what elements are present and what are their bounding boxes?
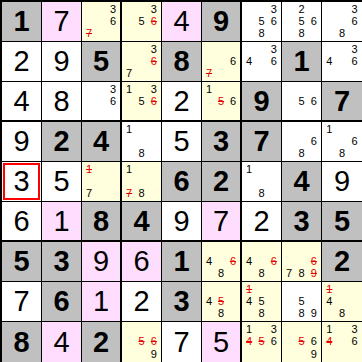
eliminated-candidate: 5 xyxy=(215,295,227,307)
solved-digit: 7 xyxy=(213,207,229,236)
pencil-marks: 18 xyxy=(122,122,161,161)
solved-digit: 1 xyxy=(93,287,109,316)
cell-r8c5[interactable]: 3 xyxy=(162,282,202,322)
candidate: 6 xyxy=(308,135,320,147)
cell-r1c9[interactable]: 368 xyxy=(322,2,362,42)
candidate: 7 xyxy=(283,268,295,280)
candidate: 4 xyxy=(323,295,336,307)
cell-r9c9[interactable]: 1346 xyxy=(322,322,362,362)
cell-r7c4[interactable]: 6 xyxy=(122,242,162,282)
cell-r4c7[interactable]: 7 xyxy=(242,122,282,162)
candidate: 8 xyxy=(336,28,349,40)
candidate: 8 xyxy=(215,308,227,320)
given-digit: 5 xyxy=(93,47,109,76)
cell-r7c8[interactable]: 6789 xyxy=(282,242,322,282)
given-digit: 1 xyxy=(173,247,189,276)
cell-r1c4[interactable]: 356 xyxy=(122,2,162,42)
candidate: 8 xyxy=(255,308,267,320)
candidate: 6 xyxy=(107,95,119,107)
solved-digit: 1 xyxy=(53,207,69,236)
cell-r4c1[interactable]: 9 xyxy=(2,122,42,162)
cell-r6c3[interactable]: 8 xyxy=(82,202,122,242)
cell-r6c4[interactable]: 4 xyxy=(122,202,162,242)
cell-r2c8[interactable]: 1 xyxy=(282,42,322,82)
candidate: 6 xyxy=(227,95,239,107)
solved-digit: 9 xyxy=(334,167,350,196)
cell-r2c1[interactable]: 2 xyxy=(2,42,42,82)
cell-r5c9[interactable]: 9 xyxy=(322,162,362,202)
solved-digit: 4 xyxy=(173,7,189,36)
candidate: 6 xyxy=(348,336,361,349)
cell-r1c7[interactable]: 3568 xyxy=(242,2,282,42)
candidate: 8 xyxy=(295,308,307,320)
candidate: 1 xyxy=(123,83,135,95)
pencil-marks: 36 xyxy=(82,82,120,120)
cell-r8c1[interactable]: 7 xyxy=(2,282,42,322)
eliminated-candidate: 1 xyxy=(243,283,255,295)
cell-r3c2[interactable]: 8 xyxy=(42,82,82,122)
candidate: 3 xyxy=(268,43,280,55)
cell-r8c7[interactable]: 1458 xyxy=(242,282,282,322)
pencil-marks: 468 xyxy=(242,242,281,281)
candidate: 5 xyxy=(135,15,147,27)
cell-r6c2[interactable]: 1 xyxy=(42,202,82,242)
pencil-marks: 458 xyxy=(202,282,240,321)
cell-r2c5[interactable]: 8 xyxy=(162,42,202,82)
cell-r9c2[interactable]: 4 xyxy=(42,322,82,362)
given-digit: 2 xyxy=(334,247,350,276)
candidate: 1 xyxy=(123,163,135,175)
solved-digit: 5 xyxy=(53,167,69,196)
eliminated-candidate: 6 xyxy=(148,336,160,349)
candidate: 3 xyxy=(107,83,119,95)
candidate: 1 xyxy=(323,323,336,336)
solved-digit: 9 xyxy=(13,127,29,156)
eliminated-candidate: 6 xyxy=(268,255,280,267)
solved-digit: 2 xyxy=(133,287,149,316)
cell-r9c1[interactable]: 8 xyxy=(2,322,42,362)
given-digit: 7 xyxy=(253,127,269,156)
solved-digit: 7 xyxy=(13,287,29,316)
cell-r8c6[interactable]: 458 xyxy=(202,282,242,322)
candidate: 8 xyxy=(295,28,307,40)
given-digit: 4 xyxy=(293,167,309,196)
cell-r3c7[interactable]: 9 xyxy=(242,82,282,122)
solved-digit: 8 xyxy=(53,87,69,116)
candidate: 3 xyxy=(148,43,160,55)
candidate: 9 xyxy=(308,348,320,361)
cell-r2c9[interactable]: 346 xyxy=(322,42,362,82)
cell-r1c3[interactable]: 367 xyxy=(82,2,122,42)
given-digit: 5 xyxy=(334,207,350,236)
cell-r4c5[interactable]: 5 xyxy=(162,122,202,162)
cell-r3c1[interactable]: 4 xyxy=(2,82,42,122)
pencil-marks: 468 xyxy=(202,242,240,281)
cell-r7c6[interactable]: 468 xyxy=(202,242,242,282)
candidate: 3 xyxy=(348,3,361,15)
candidate: 1 xyxy=(243,163,255,175)
candidate: 1 xyxy=(243,323,255,336)
candidate: 8 xyxy=(295,268,307,280)
cell-r6c9[interactable]: 5 xyxy=(322,202,362,242)
given-digit: 8 xyxy=(13,328,29,357)
pencil-marks: 148 xyxy=(322,282,362,321)
candidate: 4 xyxy=(323,55,336,67)
cell-r8c3[interactable]: 1 xyxy=(82,282,122,322)
candidate: 4 xyxy=(203,295,215,307)
given-digit: 3 xyxy=(173,287,189,316)
solved-digit: 7 xyxy=(173,328,189,357)
eliminated-candidate: 9 xyxy=(308,268,320,280)
candidate: 5 xyxy=(295,295,307,307)
cell-r6c5[interactable]: 9 xyxy=(162,202,202,242)
candidate: 3 xyxy=(348,323,361,336)
candidate: 3 xyxy=(268,323,280,336)
cell-r1c6[interactable]: 9 xyxy=(202,2,242,42)
pencil-marks: 346 xyxy=(242,42,281,81)
candidate: 6 xyxy=(308,95,320,107)
given-digit: 5 xyxy=(13,247,29,276)
cell-r7c5[interactable]: 1 xyxy=(162,242,202,282)
pencil-marks: 569 xyxy=(122,322,161,362)
pencil-marks: 1346 xyxy=(322,322,362,362)
candidate: 8 xyxy=(336,148,349,160)
candidate: 4 xyxy=(203,255,215,267)
cell-r7c1[interactable]: 5 xyxy=(2,242,42,282)
given-digit: 7 xyxy=(334,87,350,116)
candidate: 8 xyxy=(215,268,227,280)
solved-digit: 5 xyxy=(213,328,229,357)
candidate: 1 xyxy=(123,123,135,135)
given-digit: 1 xyxy=(13,7,29,36)
solved-digit: 9 xyxy=(53,47,69,76)
eliminated-candidate: 1 xyxy=(323,283,336,295)
pencil-marks: 2568 xyxy=(282,2,321,41)
eliminated-candidate: 7 xyxy=(83,28,95,40)
given-digit: 9 xyxy=(253,87,269,116)
solved-digit: 2 xyxy=(13,47,29,76)
pencil-marks: 156 xyxy=(202,82,240,120)
candidate: 1 xyxy=(323,123,336,135)
cell-r5c8[interactable]: 4 xyxy=(282,162,322,202)
candidate: 8 xyxy=(336,308,349,320)
cell-r5c6[interactable]: 2 xyxy=(202,162,242,202)
candidate: 4 xyxy=(243,55,255,67)
cell-r1c5[interactable]: 4 xyxy=(162,2,202,42)
cell-r7c2[interactable]: 3 xyxy=(42,242,82,282)
pencil-marks: 1356 xyxy=(122,82,161,120)
candidate: 5 xyxy=(255,295,267,307)
cell-r1c8[interactable]: 2568 xyxy=(282,2,322,42)
candidate: 6 xyxy=(227,55,239,67)
cell-r8c4[interactable]: 2 xyxy=(122,282,162,322)
sudoku-board: 1736735649356825683682953678673461346483… xyxy=(0,0,362,362)
candidate: 3 xyxy=(348,43,361,55)
candidate: 5 xyxy=(255,15,267,27)
cell-r2c7[interactable]: 346 xyxy=(242,42,282,82)
cell-r5c3[interactable]: 17 xyxy=(82,162,122,202)
candidate: 6 xyxy=(348,15,361,27)
cell-r6c7[interactable]: 2 xyxy=(242,202,282,242)
cell-r5c7[interactable]: 18 xyxy=(242,162,282,202)
candidate: 8 xyxy=(295,148,307,160)
solved-digit: 9 xyxy=(173,207,189,236)
cell-r9c6[interactable]: 5 xyxy=(202,322,242,362)
cell-r2c6[interactable]: 67 xyxy=(202,42,242,82)
eliminated-candidate: 6 xyxy=(227,255,239,267)
candidate: 7 xyxy=(83,188,95,200)
candidate: 6 xyxy=(107,15,119,27)
candidate: 1 xyxy=(203,83,215,95)
cell-r3c8[interactable]: 56 xyxy=(282,82,322,122)
candidate: 8 xyxy=(255,268,267,280)
cell-r7c3[interactable]: 9 xyxy=(82,242,122,282)
eliminated-candidate: 5 xyxy=(135,336,147,349)
candidate: 8 xyxy=(135,188,147,200)
pencil-marks: 168 xyxy=(322,122,362,161)
cell-r2c3[interactable]: 5 xyxy=(82,42,122,82)
candidate: 4 xyxy=(243,255,255,267)
pencil-marks: 68 xyxy=(282,122,321,161)
solved-digit: 6 xyxy=(133,247,149,276)
cell-r3c4[interactable]: 1356 xyxy=(122,82,162,122)
candidate: 6 xyxy=(308,15,320,27)
candidate: 3 xyxy=(268,3,280,15)
cell-r2c4[interactable]: 367 xyxy=(122,42,162,82)
candidate: 6 xyxy=(268,336,280,349)
eliminated-candidate: 5 xyxy=(255,336,267,349)
cell-r9c5[interactable]: 7 xyxy=(162,322,202,362)
given-digit: 8 xyxy=(173,47,189,76)
pencil-marks: 367 xyxy=(82,2,120,41)
candidate: 6 xyxy=(268,55,280,67)
solved-digit: 5 xyxy=(173,127,189,156)
given-digit: 4 xyxy=(133,207,149,236)
cell-r3c9[interactable]: 7 xyxy=(322,82,362,122)
cell-r1c1[interactable]: 1 xyxy=(2,2,42,42)
eliminated-candidate: 7 xyxy=(203,68,215,80)
given-digit: 6 xyxy=(53,287,69,316)
cell-r5c1[interactable]: 3 xyxy=(2,162,42,202)
candidate: 9 xyxy=(148,348,160,361)
pencil-marks: 17 xyxy=(82,162,120,201)
cell-r5c2[interactable]: 5 xyxy=(42,162,82,202)
given-digit: 9 xyxy=(213,7,229,36)
solved-digit: 2 xyxy=(173,87,189,116)
given-digit: 1 xyxy=(293,47,309,76)
candidate: 3 xyxy=(148,83,160,95)
candidate: 8 xyxy=(255,188,267,200)
cell-r6c6[interactable]: 7 xyxy=(202,202,242,242)
solved-digit: 6 xyxy=(13,207,29,236)
given-digit: 4 xyxy=(93,127,109,156)
given-digit: 2 xyxy=(93,328,109,357)
cell-r1c2[interactable]: 7 xyxy=(42,2,82,42)
pencil-marks: 18 xyxy=(242,162,281,201)
solved-digit: 3 xyxy=(13,167,29,196)
pencil-marks: 356 xyxy=(122,2,161,41)
pencil-marks: 6789 xyxy=(282,242,321,281)
cell-r4c6[interactable]: 3 xyxy=(202,122,242,162)
cell-r8c9[interactable]: 148 xyxy=(322,282,362,322)
cell-r6c8[interactable]: 3 xyxy=(282,202,322,242)
eliminated-candidate: 6 xyxy=(148,95,160,107)
eliminated-candidate: 6 xyxy=(148,55,160,67)
cell-r4c2[interactable]: 2 xyxy=(42,122,82,162)
cell-r4c3[interactable]: 4 xyxy=(82,122,122,162)
candidate: 9 xyxy=(308,308,320,320)
pencil-marks: 368 xyxy=(322,2,362,41)
eliminated-candidate: 1 xyxy=(83,163,95,175)
cell-r8c8[interactable]: 589 xyxy=(282,282,322,322)
solved-digit: 2 xyxy=(253,207,269,236)
pencil-marks: 13456 xyxy=(242,322,281,362)
candidate: 5 xyxy=(295,95,307,107)
cell-r9c4[interactable]: 569 xyxy=(122,322,162,362)
candidate: 8 xyxy=(135,148,147,160)
eliminated-candidate: 4 xyxy=(323,336,336,349)
cell-r3c6[interactable]: 156 xyxy=(202,82,242,122)
candidate: 5 xyxy=(295,15,307,27)
candidate: 3 xyxy=(107,3,119,15)
candidate: 7 xyxy=(123,68,135,80)
eliminated-candidate: 6 xyxy=(148,15,160,27)
candidate: 6 xyxy=(308,336,320,349)
given-digit: 8 xyxy=(93,207,109,236)
cell-r8c2[interactable]: 6 xyxy=(42,282,82,322)
solved-digit: 7 xyxy=(53,7,69,36)
candidate: 6 xyxy=(268,15,280,27)
cell-r6c1[interactable]: 6 xyxy=(2,202,42,242)
pencil-marks: 1458 xyxy=(242,282,281,321)
cell-r3c5[interactable]: 2 xyxy=(162,82,202,122)
cell-r7c9[interactable]: 2 xyxy=(322,242,362,282)
cell-r2c2[interactable]: 9 xyxy=(42,42,82,82)
solved-digit: 9 xyxy=(93,247,109,276)
solved-digit: 4 xyxy=(13,87,29,116)
candidate: 5 xyxy=(135,95,147,107)
cell-r4c4[interactable]: 18 xyxy=(122,122,162,162)
pencil-marks: 569 xyxy=(282,322,321,362)
solved-digit: 4 xyxy=(53,328,69,357)
given-digit: 3 xyxy=(53,247,69,276)
eliminated-candidate: 6 xyxy=(308,255,320,267)
candidate: 8 xyxy=(255,28,267,40)
cell-r3c3[interactable]: 36 xyxy=(82,82,122,122)
candidate: 4 xyxy=(243,295,255,307)
candidate: 3 xyxy=(148,3,160,15)
cell-r9c3[interactable]: 2 xyxy=(82,322,122,362)
eliminated-candidate: 7 xyxy=(123,188,135,200)
eliminated-candidate: 5 xyxy=(295,336,307,349)
given-digit: 3 xyxy=(213,127,229,156)
pencil-marks: 67 xyxy=(202,42,240,81)
candidate: 6 xyxy=(348,55,361,67)
candidate: 6 xyxy=(348,135,361,147)
eliminated-candidate: 5 xyxy=(215,95,227,107)
pencil-marks: 367 xyxy=(122,42,161,81)
candidate: 2 xyxy=(295,3,307,15)
cell-r9c7[interactable]: 13456 xyxy=(242,322,282,362)
given-digit: 2 xyxy=(53,127,69,156)
cell-r7c7[interactable]: 468 xyxy=(242,242,282,282)
cell-r4c9[interactable]: 168 xyxy=(322,122,362,162)
given-digit: 6 xyxy=(173,167,189,196)
pencil-marks: 3568 xyxy=(242,2,281,41)
pencil-marks: 56 xyxy=(282,82,321,120)
cell-r5c5[interactable]: 6 xyxy=(162,162,202,202)
eliminated-candidate: 4 xyxy=(243,336,255,349)
pencil-marks: 346 xyxy=(322,42,362,81)
cell-r4c8[interactable]: 68 xyxy=(282,122,322,162)
cell-r5c4[interactable]: 178 xyxy=(122,162,162,202)
pencil-marks: 589 xyxy=(282,282,321,321)
pencil-marks: 178 xyxy=(122,162,161,201)
cell-r9c8[interactable]: 569 xyxy=(282,322,322,362)
given-digit: 2 xyxy=(213,167,229,196)
given-digit: 3 xyxy=(293,207,309,236)
